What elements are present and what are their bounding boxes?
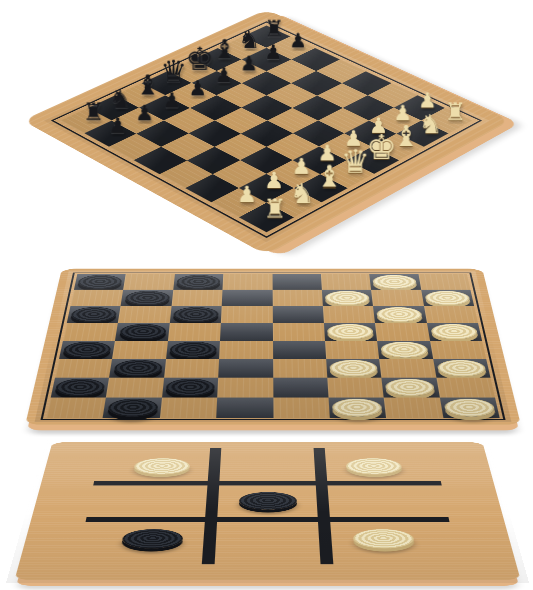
tictactoe-board — [14, 442, 520, 580]
tictactoe-cell-r3c3 — [324, 519, 445, 558]
tictactoe-cell-r1c1 — [105, 450, 215, 483]
tictactoe-cell-r3c2 — [209, 519, 327, 558]
cream-checker — [133, 458, 190, 474]
tictactoe-cell-r2c2 — [211, 483, 324, 519]
cream-checker — [352, 529, 415, 548]
tictactoe-cell-r2c1 — [98, 483, 213, 519]
black-checker — [120, 529, 183, 548]
tictactoe-cell-r3c1 — [91, 519, 212, 558]
cream-checker — [345, 458, 402, 474]
tictactoe-cell-r2c3 — [322, 483, 437, 519]
tictactoe-cell-r1c3 — [319, 450, 429, 483]
tictactoe-play-area — [91, 450, 445, 559]
black-checker — [238, 492, 296, 510]
tictactoe-scene — [0, 0, 533, 590]
tictactoe-grid — [91, 450, 445, 559]
tictactoe-cell-r1c2 — [213, 450, 321, 483]
